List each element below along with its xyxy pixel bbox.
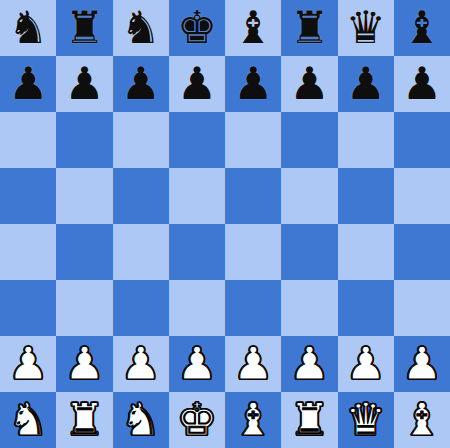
square-g7[interactable]: ♟ [338,56,394,112]
square-b5[interactable] [56,168,112,224]
black-pawn[interactable]: ♟ [8,56,48,112]
square-h1[interactable]: ♝ [394,392,450,448]
square-b2[interactable]: ♟ [56,336,112,392]
white-pawn[interactable]: ♟ [120,336,160,392]
white-pawn[interactable]: ♟ [345,336,385,392]
square-e3[interactable] [225,280,281,336]
black-bishop[interactable]: ♝ [402,0,442,56]
square-d3[interactable] [169,280,225,336]
square-d6[interactable] [169,112,225,168]
white-pawn[interactable]: ♟ [64,336,104,392]
white-king[interactable]: ♚ [177,392,217,448]
black-rook[interactable]: ♜ [64,0,104,56]
square-c3[interactable] [113,280,169,336]
square-b6[interactable] [56,112,112,168]
white-knight[interactable]: ♞ [120,392,160,448]
square-h6[interactable] [394,112,450,168]
square-a1[interactable]: ♞ [0,392,56,448]
black-pawn[interactable]: ♟ [120,56,160,112]
square-a8[interactable]: ♞ [0,0,56,56]
black-pawn[interactable]: ♟ [64,56,104,112]
white-pawn[interactable]: ♟ [8,336,48,392]
chess-board-container: ♞♜♞♚♝♜♛♝♟♟♟♟♟♟♟♟♟♟♟♟♟♟♟♟♞♜♞♚♝♜♛♝ [0,0,450,448]
white-pawn[interactable]: ♟ [402,336,442,392]
square-f6[interactable] [281,112,337,168]
square-g3[interactable] [338,280,394,336]
square-b3[interactable] [56,280,112,336]
square-g8[interactable]: ♛ [338,0,394,56]
square-g6[interactable] [338,112,394,168]
white-rook[interactable]: ♜ [289,392,329,448]
black-pawn[interactable]: ♟ [345,56,385,112]
square-h3[interactable] [394,280,450,336]
square-a6[interactable] [0,112,56,168]
white-pawn[interactable]: ♟ [233,336,273,392]
black-king[interactable]: ♚ [177,0,217,56]
square-g5[interactable] [338,168,394,224]
square-a4[interactable] [0,224,56,280]
square-b8[interactable]: ♜ [56,0,112,56]
black-pawn[interactable]: ♟ [402,56,442,112]
square-a5[interactable] [0,168,56,224]
square-c6[interactable] [113,112,169,168]
square-b4[interactable] [56,224,112,280]
square-e7[interactable]: ♟ [225,56,281,112]
black-queen[interactable]: ♛ [345,0,385,56]
square-f8[interactable]: ♜ [281,0,337,56]
black-knight[interactable]: ♞ [8,0,48,56]
square-d8[interactable]: ♚ [169,0,225,56]
square-f5[interactable] [281,168,337,224]
square-c5[interactable] [113,168,169,224]
white-bishop[interactable]: ♝ [402,392,442,448]
square-e1[interactable]: ♝ [225,392,281,448]
square-a7[interactable]: ♟ [0,56,56,112]
white-bishop[interactable]: ♝ [233,392,273,448]
square-d5[interactable] [169,168,225,224]
square-c8[interactable]: ♞ [113,0,169,56]
square-c1[interactable]: ♞ [113,392,169,448]
white-pawn[interactable]: ♟ [177,336,217,392]
square-h8[interactable]: ♝ [394,0,450,56]
square-c2[interactable]: ♟ [113,336,169,392]
black-knight[interactable]: ♞ [120,0,160,56]
black-pawn[interactable]: ♟ [233,56,273,112]
square-a2[interactable]: ♟ [0,336,56,392]
square-f1[interactable]: ♜ [281,392,337,448]
white-knight[interactable]: ♞ [8,392,48,448]
square-e6[interactable] [225,112,281,168]
white-queen[interactable]: ♛ [345,392,385,448]
square-h7[interactable]: ♟ [394,56,450,112]
square-h5[interactable] [394,168,450,224]
square-g1[interactable]: ♛ [338,392,394,448]
black-pawn[interactable]: ♟ [177,56,217,112]
black-bishop[interactable]: ♝ [233,0,273,56]
square-b7[interactable]: ♟ [56,56,112,112]
black-pawn[interactable]: ♟ [289,56,329,112]
white-rook[interactable]: ♜ [64,392,104,448]
square-f3[interactable] [281,280,337,336]
white-pawn[interactable]: ♟ [289,336,329,392]
square-g2[interactable]: ♟ [338,336,394,392]
chess-board: ♞♜♞♚♝♜♛♝♟♟♟♟♟♟♟♟♟♟♟♟♟♟♟♟♞♜♞♚♝♜♛♝ [0,0,450,448]
square-e8[interactable]: ♝ [225,0,281,56]
square-e2[interactable]: ♟ [225,336,281,392]
square-d7[interactable]: ♟ [169,56,225,112]
square-a3[interactable] [0,280,56,336]
square-d4[interactable] [169,224,225,280]
square-f7[interactable]: ♟ [281,56,337,112]
square-c4[interactable] [113,224,169,280]
square-b1[interactable]: ♜ [56,392,112,448]
square-c7[interactable]: ♟ [113,56,169,112]
square-d1[interactable]: ♚ [169,392,225,448]
square-h4[interactable] [394,224,450,280]
black-rook[interactable]: ♜ [289,0,329,56]
square-g4[interactable] [338,224,394,280]
square-d2[interactable]: ♟ [169,336,225,392]
square-f2[interactable]: ♟ [281,336,337,392]
square-e5[interactable] [225,168,281,224]
square-f4[interactable] [281,224,337,280]
square-h2[interactable]: ♟ [394,336,450,392]
square-e4[interactable] [225,224,281,280]
